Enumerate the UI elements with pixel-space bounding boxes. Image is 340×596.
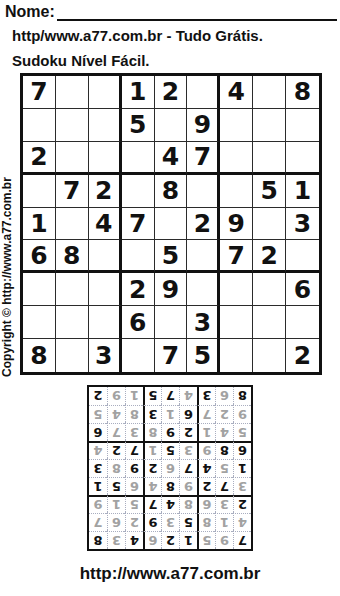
solution-cell-r7c4: 2 [179,423,197,441]
puzzle-cell-r3c3 [89,142,122,175]
puzzle-cell-r5c7: 9 [220,208,253,241]
solution-cell-r2c1: 4 [233,513,251,531]
solution-cell-r7c5: 9 [161,423,179,441]
puzzle-cell-r8c6: 3 [187,306,220,339]
puzzle-cell-r8c7 [220,306,253,339]
puzzle-cell-r4c2: 7 [56,175,89,208]
solution-cell-r4c4: 9 [179,477,197,495]
name-label: Nome: [5,2,55,21]
solution-grid: 7951264384185392672368475193729846511547… [87,385,253,551]
puzzle-cell-r1c4: 1 [122,76,155,109]
solution-cell-r8c9: 5 [89,405,107,423]
solution-cell-r6c5: 5 [161,441,179,459]
solution-cell-r5c7: 9 [125,459,143,477]
puzzle-cell-r2c9 [286,109,319,142]
puzzle-cell-r9c5: 7 [155,339,188,372]
solution-cell-r3c5: 4 [161,495,179,513]
solution-cell-r3c4: 8 [179,495,197,513]
puzzle-cell-r4c9: 1 [286,175,319,208]
solution-cell-r2c6: 9 [143,513,161,531]
puzzle-cell-r9c3: 3 [89,339,122,372]
solution-cell-r1c8: 3 [107,531,125,549]
puzzle-cell-r6c9 [286,240,319,273]
solution-cell-r8c8: 4 [107,405,125,423]
solution-cell-r4c9: 1 [89,477,107,495]
solution-cell-r2c8: 6 [107,513,125,531]
puzzle-cell-r5c4: 7 [122,208,155,241]
solution-cell-r2c4: 5 [179,513,197,531]
puzzle-cell-r5c2 [56,208,89,241]
solution-cell-r4c5: 8 [161,477,179,495]
puzzle-cell-r9c4 [122,339,155,372]
puzzle-cell-r8c5 [155,306,188,339]
puzzle-cell-r4c3: 2 [89,175,122,208]
solution-cell-r6c6: 1 [143,441,161,459]
page-title: Sudoku Nível Fácil. [12,52,337,69]
puzzle-cell-r8c3 [89,306,122,339]
puzzle-cell-r6c1: 6 [23,240,56,273]
puzzle-cell-r9c9: 2 [286,339,319,372]
puzzle-cell-r5c3: 4 [89,208,122,241]
puzzle-cell-r3c8 [253,142,286,175]
puzzle-cell-r6c5: 5 [155,240,188,273]
solution-cell-r9c5: 7 [161,387,179,405]
solution-cell-r3c8: 1 [107,495,125,513]
solution-cell-r9c8: 9 [107,387,125,405]
solution-cell-r7c3: 1 [197,423,215,441]
solution-cell-r9c9: 2 [89,387,107,405]
puzzle-cell-r4c1 [23,175,56,208]
puzzle-cell-r9c6: 5 [187,339,220,372]
solution-cell-r9c6: 5 [143,387,161,405]
solution-cell-r5c5: 6 [161,459,179,477]
puzzle-cell-r7c6 [187,273,220,306]
puzzle-cell-r3c1: 2 [23,142,56,175]
puzzle-cell-r5c5 [155,208,188,241]
solution-cell-r5c9: 3 [89,459,107,477]
solution-cell-r4c3: 2 [197,477,215,495]
puzzle-cell-r5c1: 1 [23,208,56,241]
solution-cell-r4c1: 3 [233,477,251,495]
solution-cell-r6c7: 7 [125,441,143,459]
puzzle-cell-r6c6 [187,240,220,273]
solution-cell-r4c8: 5 [107,477,125,495]
solution-cell-r8c3: 7 [197,405,215,423]
solution-cell-r7c1: 5 [233,423,251,441]
page-header: Nome: http/www.a77.com.br - Tudo Grátis.… [5,2,337,69]
puzzle-cell-r9c8 [253,339,286,372]
puzzle-cell-r7c9: 6 [286,273,319,306]
solution-cell-r4c2: 7 [215,477,233,495]
puzzle-cell-r1c2 [56,76,89,109]
puzzle-cell-r4c4 [122,175,155,208]
solution-cell-r5c1: 1 [233,459,251,477]
puzzle-cell-r3c7 [220,142,253,175]
solution-cell-r1c6: 6 [143,531,161,549]
solution-cell-r6c9: 4 [89,441,107,459]
solution-cell-r1c1: 7 [233,531,251,549]
solution-cell-r9c2: 6 [215,387,233,405]
puzzle-cell-r2c6: 9 [187,109,220,142]
solution-cell-r6c1: 6 [233,441,251,459]
footer-url: http://www.a77.com.br [0,564,340,584]
site-tagline: http/www.a77.com.br - Tudo Grátis. [12,27,337,44]
solution-cell-r7c2: 4 [215,423,233,441]
puzzle-cell-r4c6 [187,175,220,208]
puzzle-cell-r4c5: 8 [155,175,188,208]
puzzle-cell-r6c7: 7 [220,240,253,273]
puzzle-cell-r4c7 [220,175,253,208]
puzzle-cell-r1c8 [253,76,286,109]
puzzle-cell-r3c6: 7 [187,142,220,175]
solution-cell-r1c7: 4 [125,531,143,549]
puzzle-cell-r1c1: 7 [23,76,56,109]
puzzle-cell-r6c8: 2 [253,240,286,273]
solution-cell-r1c4: 1 [179,531,197,549]
puzzle-cell-r2c3 [89,109,122,142]
puzzle-cell-r2c7 [220,109,253,142]
puzzle-cell-r2c1 [23,109,56,142]
solution-cell-r7c9: 6 [89,423,107,441]
puzzle-cell-r7c3 [89,273,122,306]
name-blank-line [57,2,337,21]
solution-cell-r8c6: 3 [143,405,161,423]
solution-cell-r5c3: 4 [197,459,215,477]
name-row: Nome: [5,2,337,21]
solution-cell-r3c9: 9 [89,495,107,513]
solution-cell-r5c4: 7 [179,459,197,477]
solution-cell-r2c2: 1 [215,513,233,531]
solution-cell-r8c1: 9 [233,405,251,423]
puzzle-cell-r2c4: 5 [122,109,155,142]
solution-cell-r6c4: 3 [179,441,197,459]
puzzle-cell-r9c1: 8 [23,339,56,372]
solution-cell-r1c3: 5 [197,531,215,549]
puzzle-cell-r3c4 [122,142,155,175]
solution-cell-r4c7: 6 [125,477,143,495]
puzzle-cell-r8c4: 6 [122,306,155,339]
puzzle-cell-r7c5: 9 [155,273,188,306]
solution-cell-r1c2: 9 [215,531,233,549]
solution-cell-r9c7: 1 [125,387,143,405]
solution-cell-r5c2: 5 [215,459,233,477]
solution-cell-r6c3: 9 [197,441,215,459]
solution-cell-r8c7: 8 [125,405,143,423]
solution-cell-r2c5: 3 [161,513,179,531]
puzzle-cell-r5c6: 2 [187,208,220,241]
solution-cell-r9c1: 8 [233,387,251,405]
puzzle-cell-r3c5: 4 [155,142,188,175]
solution-cell-r4c6: 4 [143,477,161,495]
puzzle-cell-r3c9 [286,142,319,175]
puzzle-cell-r1c6 [187,76,220,109]
solution-cell-r8c5: 1 [161,405,179,423]
solution-cell-r1c9: 8 [89,531,107,549]
copyright-vertical-text: Copyright © http://www.a77.com.br [0,90,16,464]
puzzle-cell-r7c4: 2 [122,273,155,306]
solution-cell-r3c3: 6 [197,495,215,513]
puzzle-cell-r9c2 [56,339,89,372]
solution-cell-r3c1: 2 [233,495,251,513]
solution-cell-r7c6: 8 [143,423,161,441]
solution-cell-r6c2: 8 [215,441,233,459]
solution-cell-r1c5: 2 [161,531,179,549]
puzzle-cell-r1c3 [89,76,122,109]
solution-cell-r3c7: 5 [125,495,143,513]
puzzle-cell-r3c2 [56,142,89,175]
solution-cell-r9c4: 4 [179,387,197,405]
solution-cell-r2c3: 8 [197,513,215,531]
puzzle-cell-r8c8 [253,306,286,339]
solution-cell-r5c8: 8 [107,459,125,477]
solution-cell-r2c9: 7 [89,513,107,531]
puzzle-cell-r1c7: 4 [220,76,253,109]
puzzle-cell-r7c2 [56,273,89,306]
solution-cell-r3c2: 3 [215,495,233,513]
solution-cell-r2c7: 2 [125,513,143,531]
puzzle-cell-r2c2 [56,109,89,142]
solution-cell-r7c7: 3 [125,423,143,441]
puzzle-cell-r4c8: 5 [253,175,286,208]
puzzle-cell-r6c4 [122,240,155,273]
puzzle-cell-r8c1 [23,306,56,339]
puzzle-cell-r9c7 [220,339,253,372]
solution-cell-r8c4: 6 [179,405,197,423]
solution-cell-r5c6: 2 [143,459,161,477]
puzzle-cell-r5c8 [253,208,286,241]
solution-cell-r9c3: 3 [197,387,215,405]
puzzle-cell-r2c5 [155,109,188,142]
puzzle-cell-r2c8 [253,109,286,142]
solution-cell-r8c2: 2 [215,405,233,423]
puzzle-cell-r8c9 [286,306,319,339]
puzzle-cell-r5c9: 3 [286,208,319,241]
puzzle-grid: 712485924772851147293685722966383752 [20,73,322,375]
puzzle-cell-r8c2 [56,306,89,339]
puzzle-cell-r1c9: 8 [286,76,319,109]
puzzle-cell-r6c3 [89,240,122,273]
puzzle-cell-r6c2: 8 [56,240,89,273]
puzzle-cell-r1c5: 2 [155,76,188,109]
solution-cell-r6c8: 2 [107,441,125,459]
solution-cell-r7c8: 7 [107,423,125,441]
puzzle-cell-r7c8 [253,273,286,306]
solution-cell-r3c6: 7 [143,495,161,513]
puzzle-cell-r7c7 [220,273,253,306]
puzzle-cell-r7c1 [23,273,56,306]
